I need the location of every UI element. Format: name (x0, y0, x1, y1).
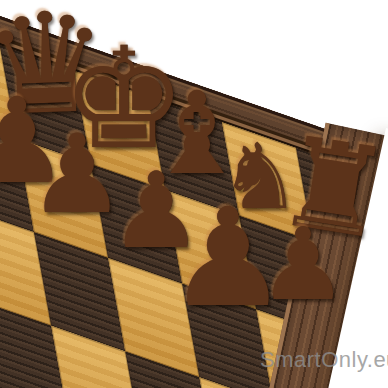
piece-black-pawn-f7[interactable]: ♟ (167, 190, 289, 326)
chess-product-photo: ♛♚♝♟♞♟♜♟♟♟ SmartOnly.eu (0, 0, 388, 388)
pieces-layer: ♛♚♝♟♞♟♜♟♟♟ (0, 0, 388, 388)
watermark-text: SmartOnly.eu (260, 347, 388, 373)
